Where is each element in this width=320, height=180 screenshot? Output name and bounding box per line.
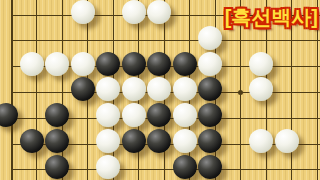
- black-stone: [45, 129, 69, 153]
- white-stone: [45, 52, 69, 76]
- white-stone: [249, 77, 273, 101]
- white-stone: [96, 129, 120, 153]
- black-stone: [198, 103, 222, 127]
- white-stone: [173, 129, 197, 153]
- black-stone: [122, 52, 146, 76]
- black-stone: [71, 77, 95, 101]
- white-stone: [147, 77, 171, 101]
- grid-hline: [11, 40, 320, 41]
- white-stone: [122, 103, 146, 127]
- black-stone: [198, 155, 222, 179]
- white-stone: [198, 26, 222, 50]
- white-stone: [249, 129, 273, 153]
- white-stone: [96, 155, 120, 179]
- black-stone: [198, 77, 222, 101]
- black-stone: [45, 155, 69, 179]
- black-stone: [122, 129, 146, 153]
- star-point: [238, 90, 243, 95]
- white-stone: [96, 77, 120, 101]
- white-stone: [249, 52, 273, 76]
- white-stone: [275, 129, 299, 153]
- black-stone: [20, 129, 44, 153]
- white-stone: [173, 77, 197, 101]
- white-stone: [122, 77, 146, 101]
- grid-vline: [11, 0, 13, 180]
- black-stone: [173, 155, 197, 179]
- caption-black-to-kill: [흑선백사]: [225, 6, 318, 28]
- go-diagram: [흑선백사]: [0, 0, 320, 180]
- black-stone: [147, 52, 171, 76]
- white-stone: [20, 52, 44, 76]
- white-stone: [147, 0, 171, 24]
- black-stone: [0, 103, 18, 127]
- white-stone: [71, 52, 95, 76]
- black-stone: [147, 129, 171, 153]
- white-stone: [198, 52, 222, 76]
- black-stone: [173, 52, 197, 76]
- white-stone: [173, 103, 197, 127]
- white-stone: [122, 0, 146, 24]
- white-stone: [71, 0, 95, 24]
- white-stone: [96, 103, 120, 127]
- black-stone: [45, 103, 69, 127]
- grid-vline: [36, 0, 37, 180]
- black-stone: [96, 52, 120, 76]
- black-stone: [147, 103, 171, 127]
- grid-vline: [62, 0, 63, 180]
- black-stone: [198, 129, 222, 153]
